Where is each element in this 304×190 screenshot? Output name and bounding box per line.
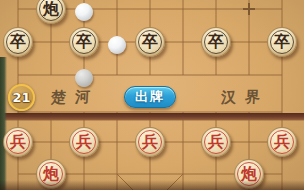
river-label-chu-he: 楚河 — [50, 88, 99, 108]
piece-black-soldier-2[interactable]: 卒 — [69, 27, 99, 57]
river-bank-band — [0, 113, 304, 121]
piece-character: 卒 — [202, 28, 230, 56]
piece-character: 炮 — [235, 160, 263, 188]
piece-character: 兵 — [4, 128, 32, 156]
piece-character: 兵 — [70, 128, 98, 156]
piece-character: 卒 — [4, 28, 32, 56]
piece-black-soldier-4[interactable]: 卒 — [201, 27, 231, 57]
piece-character: 卒 — [70, 28, 98, 56]
piece-black-soldier-3[interactable]: 卒 — [135, 27, 165, 57]
move-counter-badge: 21 — [8, 84, 35, 111]
marker-white-ball-2[interactable] — [108, 36, 126, 54]
piece-character: 卒 — [268, 28, 296, 56]
piece-red-soldier-2[interactable]: 兵 — [69, 127, 99, 157]
piece-character: 炮 — [37, 0, 65, 23]
piece-black-cannon-left[interactable]: 炮 — [36, 0, 66, 24]
empty-cannon-point-cross — [243, 3, 255, 15]
background-edge-strip — [0, 57, 7, 190]
piece-black-soldier-1[interactable]: 卒 — [3, 27, 33, 57]
piece-character: 兵 — [268, 128, 296, 156]
piece-red-soldier-3[interactable]: 兵 — [135, 127, 165, 157]
piece-character: 卒 — [136, 28, 164, 56]
marker-white-ball-1[interactable] — [75, 3, 93, 21]
piece-character: 兵 — [202, 128, 230, 156]
river-label-han-jie: 汉界 — [220, 88, 269, 108]
play-card-button[interactable]: 出牌 — [124, 86, 176, 108]
piece-red-soldier-5[interactable]: 兵 — [267, 127, 297, 157]
piece-red-soldier-1[interactable]: 兵 — [3, 127, 33, 157]
piece-red-cannon-right[interactable]: 炮 — [234, 159, 264, 189]
marker-grey-ball-1[interactable] — [75, 69, 93, 87]
piece-red-soldier-4[interactable]: 兵 — [201, 127, 231, 157]
xiangqi-board[interactable]: 楚河 汉界 21 出牌 炮卒卒卒卒卒兵兵兵兵兵炮炮 — [0, 0, 304, 190]
piece-character: 炮 — [37, 160, 65, 188]
piece-black-soldier-5[interactable]: 卒 — [267, 27, 297, 57]
piece-character: 兵 — [136, 128, 164, 156]
piece-red-cannon-left[interactable]: 炮 — [36, 159, 66, 189]
